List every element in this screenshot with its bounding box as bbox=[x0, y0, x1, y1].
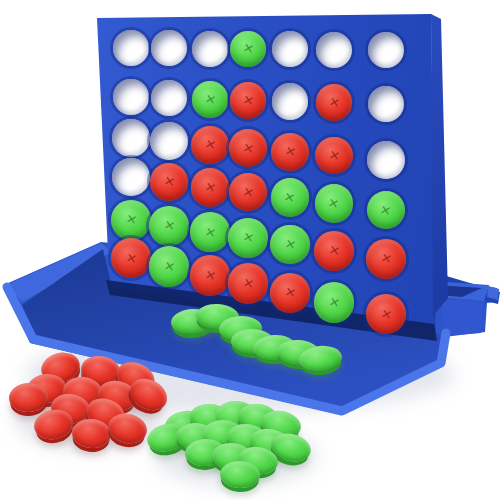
connect-four-product-photo: ✕✕✕✕✕✕✕✕✕✕✕✕✕✕✕✕✕✕✕✕✕✕✕✕✕✕✕✕ bbox=[0, 0, 500, 500]
green-disc-pile bbox=[0, 0, 500, 500]
